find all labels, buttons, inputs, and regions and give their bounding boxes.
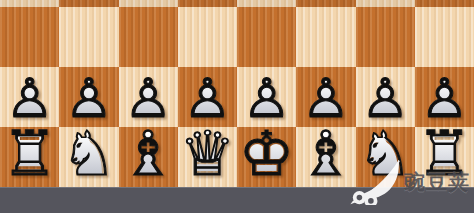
piece-outline-glyph: ♘ xyxy=(61,125,117,184)
square-b4[interactable] xyxy=(59,0,118,7)
square-a1[interactable]: ♜♖ xyxy=(0,127,59,187)
square-h3[interactable] xyxy=(415,7,474,67)
piece-white-queen[interactable]: ♛♕ xyxy=(180,125,236,184)
square-g3[interactable] xyxy=(356,7,415,67)
square-c3[interactable] xyxy=(119,7,178,67)
square-e4[interactable] xyxy=(237,0,296,7)
piece-outline-glyph: ♖ xyxy=(2,125,58,184)
chess-app-screenshot: ♟♙♟♙♟♙♟♙♟♙♟♙♟♙♟♙♜♖♞♘♝♗♛♕♚♔♝♗♞♘♜♖ 豌豆荚 xyxy=(0,0,474,213)
piece-outline-glyph: ♔ xyxy=(239,125,295,184)
square-f1[interactable]: ♝♗ xyxy=(296,127,355,187)
piece-white-bishop[interactable]: ♝♗ xyxy=(120,125,176,184)
piece-white-rook[interactable]: ♜♖ xyxy=(2,125,58,184)
square-d1[interactable]: ♛♕ xyxy=(178,127,237,187)
chess-board: ♟♙♟♙♟♙♟♙♟♙♟♙♟♙♟♙♜♖♞♘♝♗♛♕♚♔♝♗♞♘♜♖ xyxy=(0,0,474,187)
piece-outline-glyph: ♗ xyxy=(298,125,354,184)
square-b3[interactable] xyxy=(59,7,118,67)
square-d4[interactable] xyxy=(178,0,237,7)
square-c4[interactable] xyxy=(119,0,178,7)
piece-outline-glyph: ♗ xyxy=(120,125,176,184)
square-d3[interactable] xyxy=(178,7,237,67)
piece-white-bishop[interactable]: ♝♗ xyxy=(298,125,354,184)
square-b1[interactable]: ♞♘ xyxy=(59,127,118,187)
square-e3[interactable] xyxy=(237,7,296,67)
square-f4[interactable] xyxy=(296,0,355,7)
square-a4[interactable] xyxy=(0,0,59,7)
bottom-bar xyxy=(0,187,474,213)
square-h4[interactable] xyxy=(415,0,474,7)
square-g1[interactable]: ♞♘ xyxy=(356,127,415,187)
piece-white-knight[interactable]: ♞♘ xyxy=(357,125,413,184)
square-a3[interactable] xyxy=(0,7,59,67)
piece-white-king[interactable]: ♚♔ xyxy=(239,125,295,184)
piece-white-knight[interactable]: ♞♘ xyxy=(61,125,117,184)
piece-outline-glyph: ♖ xyxy=(417,125,473,184)
piece-outline-glyph: ♕ xyxy=(180,125,236,184)
square-e1[interactable]: ♚♔ xyxy=(237,127,296,187)
square-c1[interactable]: ♝♗ xyxy=(119,127,178,187)
piece-outline-glyph: ♘ xyxy=(357,125,413,184)
piece-white-rook[interactable]: ♜♖ xyxy=(417,125,473,184)
square-g4[interactable] xyxy=(356,0,415,7)
square-h1[interactable]: ♜♖ xyxy=(415,127,474,187)
square-f3[interactable] xyxy=(296,7,355,67)
